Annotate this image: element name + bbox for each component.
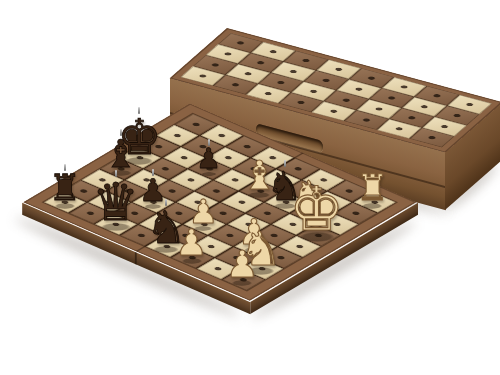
bishop-glyph: ♝ (91, 135, 151, 173)
rook-glyph: ♜ (342, 170, 402, 206)
piece-black-bishop[interactable]: ♝ (91, 135, 151, 173)
product-photo-scene: ♜♝♚♛♟♟♞♟♝♟♞♟♞♟♞♚♜ (0, 0, 500, 375)
metal-pin (284, 160, 286, 167)
king-glyph: ♚ (287, 178, 347, 239)
piece-white-rook[interactable]: ♜ (342, 170, 402, 206)
piece-white-king[interactable]: ♚ (287, 178, 347, 239)
metal-pin (208, 139, 210, 146)
board-half-seam (135, 252, 137, 265)
metal-pin (152, 169, 154, 176)
piece-white-pawn[interactable]: ♟ (212, 246, 272, 283)
metal-pin (120, 129, 122, 136)
metal-pin (115, 170, 117, 177)
metal-pin (165, 199, 167, 206)
metal-pin (64, 164, 66, 171)
pawn-glyph: ♟ (212, 246, 272, 283)
